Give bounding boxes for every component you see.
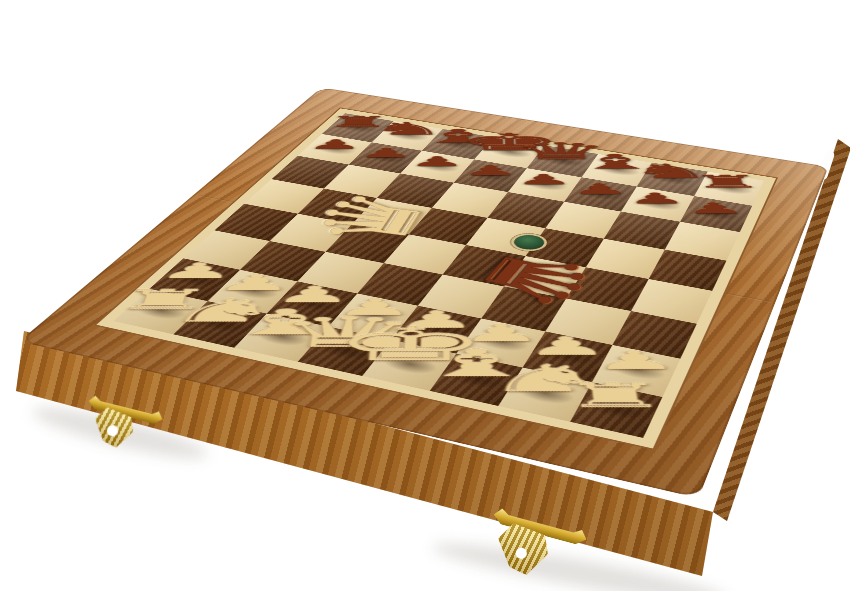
square-f2[interactable] [456, 318, 545, 367]
square-f3[interactable] [481, 286, 567, 331]
dark-pawn-h7[interactable]: ♟ [632, 201, 799, 216]
square-g3[interactable] [545, 298, 630, 345]
square-g4[interactable] [566, 267, 648, 310]
product-photo: ♜♞♝♚♛♝♞♜♟♟♟♟♟♟♟♟♟♟♟♟♟♟♟♟♜♞♝♛♚♝♞♜♛♛ [0, 0, 850, 591]
square-g2[interactable] [523, 331, 612, 381]
square-h4[interactable] [631, 279, 713, 324]
square-h5[interactable] [648, 249, 726, 291]
